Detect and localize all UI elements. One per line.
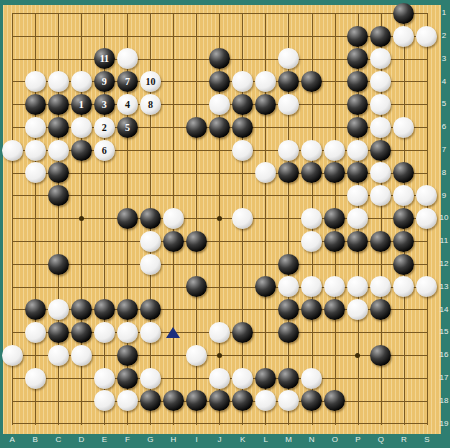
column-label: A [5,434,19,446]
white-stone[interactable] [416,276,437,297]
white-stone[interactable] [25,322,46,343]
white-stone[interactable] [48,71,69,92]
row-label: 15 [438,327,450,337]
column-label: B [28,434,42,446]
white-stone[interactable] [94,322,115,343]
black-stone[interactable] [117,299,138,320]
black-stone[interactable] [324,208,345,229]
black-stone[interactable] [94,299,115,320]
white-stone[interactable] [209,322,230,343]
white-stone[interactable] [393,26,414,47]
black-stone[interactable] [48,117,69,138]
black-stone[interactable] [140,299,161,320]
white-stone[interactable] [324,140,345,161]
black-stone[interactable] [186,231,207,252]
white-stone[interactable] [232,208,253,229]
row-label: 2 [438,31,450,41]
row-label: 9 [438,191,450,201]
row-label: 4 [438,77,450,87]
white-stone[interactable] [140,322,161,343]
row-label: 17 [438,373,450,383]
black-stone[interactable] [117,208,138,229]
white-stone[interactable] [25,71,46,92]
black-stone[interactable] [117,368,138,389]
white-stone[interactable] [186,345,207,366]
white-stone[interactable] [25,368,46,389]
row-label: 7 [438,145,450,155]
row-label: 19 [438,419,450,429]
white-stone[interactable] [71,117,92,138]
white-stone[interactable] [232,140,253,161]
black-stone[interactable] [48,254,69,275]
white-stone[interactable] [301,140,322,161]
white-stone[interactable] [25,117,46,138]
white-stone[interactable] [301,368,322,389]
column-label: R [397,434,411,446]
column-label: G [143,434,157,446]
white-stone[interactable] [25,162,46,183]
black-stone[interactable] [25,299,46,320]
white-stone[interactable] [140,368,161,389]
white-stone-move-8[interactable]: 8 [140,94,161,115]
black-stone[interactable] [117,345,138,366]
column-label: F [120,434,134,446]
white-stone-move-6[interactable]: 6 [94,140,115,161]
column-label: E [97,434,111,446]
column-label: K [236,434,250,446]
column-label: D [74,434,88,446]
white-stone[interactable] [232,368,253,389]
white-stone-move-10[interactable]: 10 [140,71,161,92]
black-stone[interactable] [370,140,391,161]
row-label: 10 [438,213,450,223]
black-stone[interactable] [370,231,391,252]
black-stone-move-1[interactable]: 1 [71,94,92,115]
black-stone[interactable] [370,345,391,366]
black-stone[interactable] [232,94,253,115]
black-stone[interactable] [232,117,253,138]
black-stone[interactable] [186,117,207,138]
black-stone[interactable] [324,231,345,252]
black-stone[interactable] [163,231,184,252]
black-stone[interactable] [370,26,391,47]
black-stone[interactable] [25,94,46,115]
white-stone[interactable] [278,94,299,115]
black-stone[interactable] [71,299,92,320]
white-stone[interactable] [25,140,46,161]
white-stone[interactable] [209,368,230,389]
white-stone[interactable] [71,345,92,366]
row-label: 18 [438,396,450,406]
column-label: J [213,434,227,446]
column-label: C [51,434,65,446]
column-label: H [166,434,180,446]
black-stone[interactable] [71,322,92,343]
black-stone[interactable] [209,117,230,138]
white-stone[interactable] [140,254,161,275]
row-label: 11 [438,236,450,246]
black-stone[interactable] [71,140,92,161]
black-stone-move-7[interactable]: 7 [117,71,138,92]
black-stone[interactable] [255,368,276,389]
go-app-frame: 1197101348256 ABCDEFGHIJKLMNOPQRS1234567… [0,0,450,448]
white-stone[interactable] [278,140,299,161]
star-point [217,216,222,221]
white-stone[interactable] [209,94,230,115]
white-stone[interactable] [393,117,414,138]
column-label: I [190,434,204,446]
white-stone[interactable] [370,117,391,138]
black-stone[interactable] [48,162,69,183]
black-stone-move-3[interactable]: 3 [94,94,115,115]
black-stone[interactable] [347,117,368,138]
column-label: M [282,434,296,446]
column-label: L [259,434,273,446]
white-stone[interactable] [301,231,322,252]
column-label: N [305,434,319,446]
black-stone[interactable] [393,254,414,275]
black-stone[interactable] [48,94,69,115]
row-label: 12 [438,259,450,269]
white-stone[interactable] [416,208,437,229]
row-label: 5 [438,99,450,109]
row-label: 8 [438,168,450,178]
row-label: 1 [438,8,450,18]
triangle-marker [166,327,180,338]
black-stone[interactable] [347,231,368,252]
black-stone[interactable] [393,3,414,24]
black-stone[interactable] [255,94,276,115]
row-label: 3 [438,54,450,64]
row-label: 13 [438,282,450,292]
white-stone[interactable] [416,26,437,47]
white-stone[interactable] [2,345,23,366]
row-label: 14 [438,305,450,315]
black-stone[interactable] [48,185,69,206]
go-board[interactable]: 1197101348256 [3,5,441,434]
white-stone[interactable] [163,208,184,229]
black-stone[interactable] [140,208,161,229]
white-stone[interactable] [117,322,138,343]
white-stone[interactable] [416,185,437,206]
white-stone[interactable] [140,231,161,252]
black-stone[interactable] [347,26,368,47]
column-label: S [420,434,434,446]
black-stone[interactable] [278,322,299,343]
black-stone[interactable] [278,254,299,275]
column-label: P [351,434,365,446]
black-stone[interactable] [48,322,69,343]
white-stone-move-2[interactable]: 2 [94,117,115,138]
black-stone[interactable] [393,231,414,252]
black-stone-move-5[interactable]: 5 [117,117,138,138]
white-stone[interactable] [48,140,69,161]
star-point [217,353,222,358]
white-stone[interactable] [71,71,92,92]
white-stone[interactable] [2,140,23,161]
white-stone[interactable] [48,345,69,366]
black-stone-move-9[interactable]: 9 [94,71,115,92]
white-stone[interactable] [347,140,368,161]
black-stone[interactable] [278,368,299,389]
white-stone[interactable] [94,368,115,389]
black-stone[interactable] [232,322,253,343]
column-label: Q [374,434,388,446]
row-label: 16 [438,350,450,360]
white-stone[interactable] [48,299,69,320]
white-stone-move-4[interactable]: 4 [117,94,138,115]
row-label: 6 [438,122,450,132]
star-point [79,216,84,221]
column-label: O [328,434,342,446]
white-stone[interactable] [301,208,322,229]
black-stone[interactable] [209,71,230,92]
